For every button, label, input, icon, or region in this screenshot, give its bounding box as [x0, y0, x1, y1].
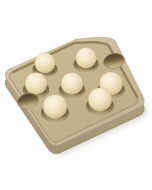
ball-r1c2[interactable]	[76, 48, 97, 69]
ball-r2c2[interactable]	[61, 73, 83, 95]
product-photo-stage	[0, 0, 152, 190]
marble-board	[0, 0, 152, 190]
ball-r1c1[interactable]	[35, 53, 56, 74]
ball-r3c2[interactable]	[43, 95, 67, 119]
ball-r3c3[interactable]	[88, 88, 112, 112]
ball-r2c1[interactable]	[25, 73, 47, 95]
